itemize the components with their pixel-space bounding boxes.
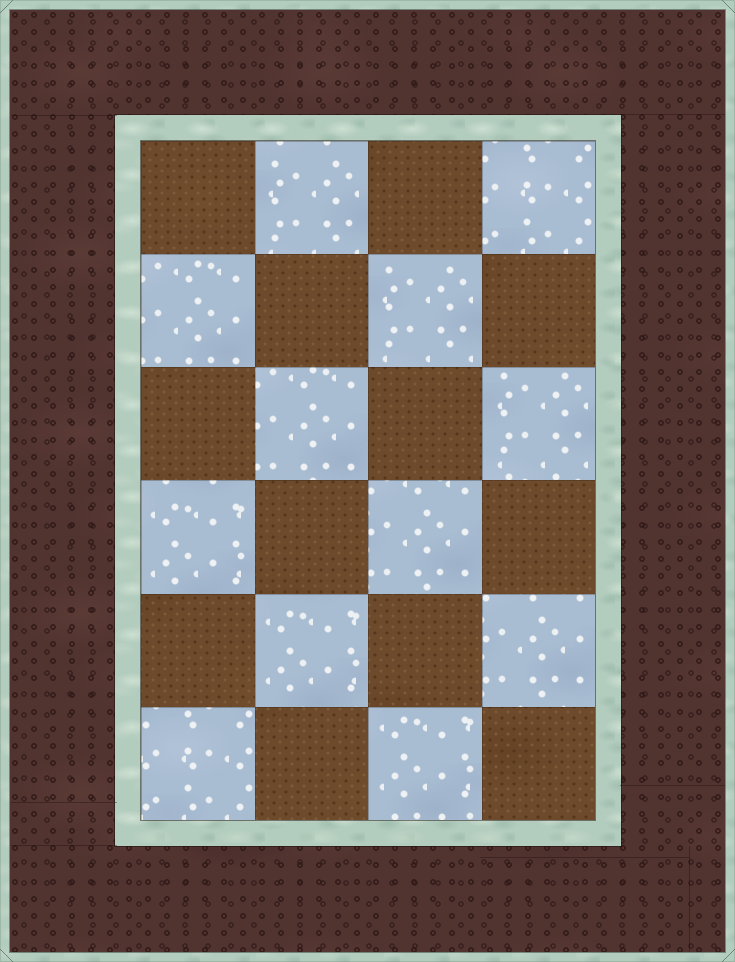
quilt-square-r1c4-blue <box>482 141 596 254</box>
seam-bottom-border <box>480 857 689 858</box>
quilt-square-r1c1-brown <box>141 141 255 254</box>
quilt-square-r3c4-blue <box>482 367 596 480</box>
quilt-square-r4c4-brown <box>482 480 596 593</box>
quilt-square-r3c3-brown <box>368 367 482 480</box>
seam-left-border-bottom <box>11 845 117 846</box>
seam-bottom-border-vertical <box>689 846 690 952</box>
quilt-square-r6c4-brown <box>482 707 596 820</box>
quilt-square-r6c2-brown <box>255 707 369 820</box>
checkerboard <box>141 141 595 820</box>
quilt-square-r5c2-blue <box>255 594 369 707</box>
binding-miter-bottom-left <box>0 949 13 962</box>
binding-miter-top-left <box>0 0 13 13</box>
inner-border-green <box>115 115 621 846</box>
quilt-square-r5c3-brown <box>368 594 482 707</box>
quilt-square-r3c1-brown <box>141 367 255 480</box>
quilt-binding <box>0 0 735 962</box>
quilt-square-r2c2-brown <box>255 254 369 367</box>
quilt-square-r2c3-blue <box>368 254 482 367</box>
binding-miter-bottom-right <box>722 949 735 962</box>
quilt-square-r1c3-brown <box>368 141 482 254</box>
quilt-square-r6c3-blue <box>368 707 482 820</box>
seam-right-border-lower <box>620 785 725 786</box>
quilt-square-r4c3-blue <box>368 480 482 593</box>
quilt-square-r6c1-blue <box>141 707 255 820</box>
binding-miter-top-right <box>722 0 735 13</box>
quilt-square-r2c4-brown <box>482 254 596 367</box>
seam-right-border-top <box>620 114 725 115</box>
quilt-square-r4c1-blue <box>141 480 255 593</box>
quilt-square-r5c4-blue <box>482 594 596 707</box>
seam-left-border-lower <box>11 802 117 803</box>
quilt-square-r3c2-blue <box>255 367 369 480</box>
quilt-square-r1c2-blue <box>255 141 369 254</box>
quilt-square-r2c1-blue <box>141 254 255 367</box>
quilt-square-r4c2-brown <box>255 480 369 593</box>
outer-border-dark-brown <box>10 10 725 952</box>
quilt-square-r5c1-brown <box>141 594 255 707</box>
seam-left-border-top <box>11 115 117 116</box>
quilt <box>0 0 735 962</box>
